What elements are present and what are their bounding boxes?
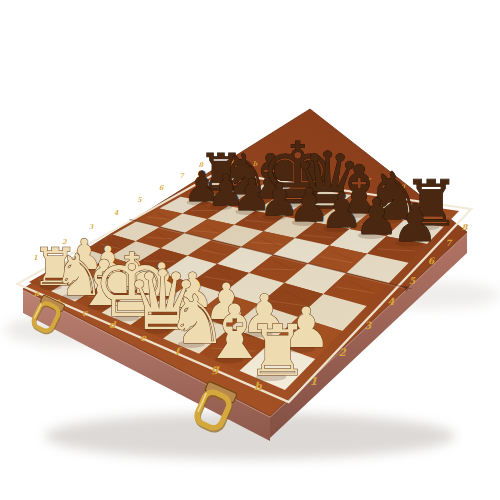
- rank-label-near-1: 1: [310, 375, 318, 388]
- rank-label-near-2: 2: [339, 346, 347, 358]
- product-photo: abcdefgh12345678abcdefgh12345678♜♞♝♟♚♟♛♟…: [0, 0, 500, 500]
- rank-label-near-8: 8: [462, 222, 469, 232]
- rank-label-near-3: 3: [364, 320, 372, 331]
- rank-label-near-5: 5: [409, 275, 416, 286]
- rank-label-far-4: 4: [114, 209, 119, 217]
- chess-board-scene: abcdefgh12345678abcdefgh12345678♜♞♝♟♚♟♛♟…: [0, 0, 500, 500]
- rank-label-far-6: 6: [159, 184, 165, 192]
- rank-label-near-6: 6: [428, 256, 435, 266]
- piece-black-pawn-h7[interactable]: ♟: [392, 193, 439, 253]
- rank-label-near-4: 4: [388, 296, 395, 307]
- piece-white-rook-h1[interactable]: ♜: [246, 310, 309, 391]
- rank-label-far-5: 5: [137, 196, 142, 204]
